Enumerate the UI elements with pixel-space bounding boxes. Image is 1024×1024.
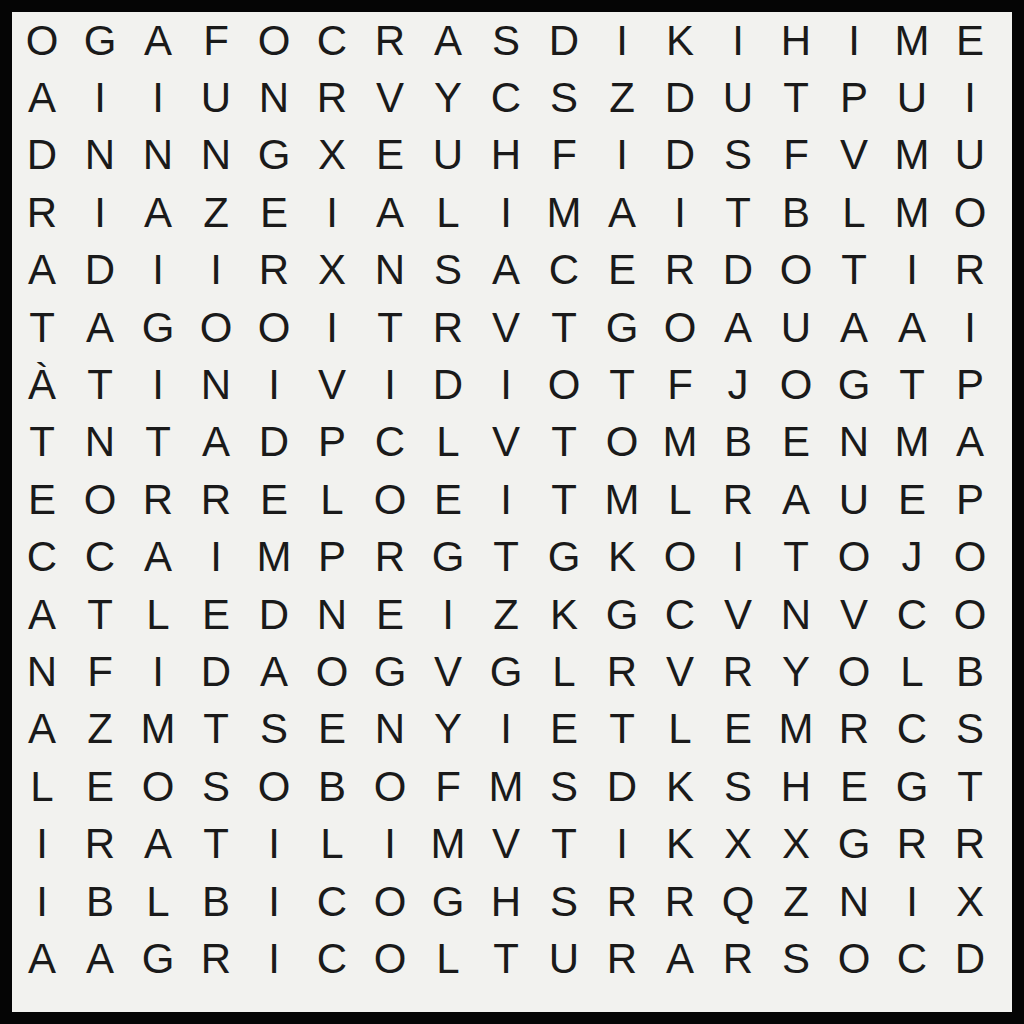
grid-cell[interactable]: V: [825, 586, 883, 643]
grid-cell[interactable]: P: [303, 529, 361, 586]
grid-cell[interactable]: R: [129, 471, 187, 528]
grid-cell[interactable]: C: [883, 586, 941, 643]
grid-cell[interactable]: U: [825, 471, 883, 528]
grid-cell[interactable]: L: [651, 701, 709, 758]
grid-cell[interactable]: T: [883, 356, 941, 413]
grid-cell[interactable]: R: [303, 69, 361, 126]
grid-cell[interactable]: A: [709, 299, 767, 356]
grid-cell[interactable]: N: [825, 873, 883, 930]
grid-cell[interactable]: E: [593, 242, 651, 299]
grid-cell[interactable]: I: [129, 69, 187, 126]
grid-cell[interactable]: N: [245, 69, 303, 126]
grid-cell[interactable]: O: [71, 471, 129, 528]
grid-cell[interactable]: I: [941, 69, 999, 126]
grid-cell[interactable]: A: [13, 930, 71, 987]
grid-cell[interactable]: L: [883, 643, 941, 700]
grid-cell[interactable]: R: [651, 873, 709, 930]
grid-cell[interactable]: L: [13, 758, 71, 815]
grid-cell[interactable]: A: [767, 471, 825, 528]
grid-cell[interactable]: S: [709, 758, 767, 815]
grid-cell[interactable]: N: [361, 242, 419, 299]
grid-cell[interactable]: G: [71, 12, 129, 69]
grid-cell[interactable]: I: [245, 873, 303, 930]
grid-cell[interactable]: R: [941, 242, 999, 299]
grid-cell[interactable]: O: [535, 356, 593, 413]
grid-cell[interactable]: D: [13, 127, 71, 184]
grid-cell[interactable]: S: [767, 930, 825, 987]
grid-cell[interactable]: T: [13, 414, 71, 471]
grid-cell[interactable]: A: [593, 184, 651, 241]
grid-cell[interactable]: N: [71, 127, 129, 184]
grid-cell[interactable]: R: [361, 529, 419, 586]
grid-cell[interactable]: K: [651, 12, 709, 69]
grid-cell[interactable]: G: [245, 127, 303, 184]
grid-cell[interactable]: V: [361, 69, 419, 126]
grid-cell[interactable]: O: [767, 356, 825, 413]
grid-cell[interactable]: E: [419, 471, 477, 528]
grid-cell[interactable]: I: [361, 815, 419, 872]
grid-cell[interactable]: O: [129, 758, 187, 815]
grid-cell[interactable]: K: [651, 815, 709, 872]
grid-cell[interactable]: G: [883, 758, 941, 815]
grid-cell[interactable]: D: [71, 242, 129, 299]
grid-cell[interactable]: T: [709, 184, 767, 241]
grid-cell[interactable]: E: [245, 471, 303, 528]
grid-cell[interactable]: O: [941, 184, 999, 241]
grid-cell[interactable]: S: [535, 758, 593, 815]
grid-cell[interactable]: I: [941, 299, 999, 356]
grid-cell[interactable]: L: [419, 414, 477, 471]
grid-cell[interactable]: A: [941, 414, 999, 471]
grid-cell[interactable]: K: [593, 529, 651, 586]
grid-cell[interactable]: O: [825, 643, 883, 700]
grid-cell[interactable]: R: [709, 643, 767, 700]
grid-cell[interactable]: Z: [767, 873, 825, 930]
grid-cell[interactable]: F: [535, 127, 593, 184]
grid-cell[interactable]: I: [245, 356, 303, 413]
grid-cell[interactable]: Q: [709, 873, 767, 930]
grid-cell[interactable]: I: [245, 930, 303, 987]
grid-cell[interactable]: T: [187, 701, 245, 758]
grid-cell[interactable]: I: [593, 815, 651, 872]
grid-cell[interactable]: F: [419, 758, 477, 815]
board-background: OGAFOCRASDIKIHIMEAIIUNRVYCSZDUTPUIDNNNGX…: [12, 12, 1012, 1012]
grid-cell[interactable]: U: [883, 69, 941, 126]
grid-cell[interactable]: O: [361, 758, 419, 815]
grid-cell[interactable]: I: [709, 12, 767, 69]
grid-cell[interactable]: R: [361, 12, 419, 69]
grid-cell[interactable]: U: [535, 930, 593, 987]
grid-cell[interactable]: E: [883, 471, 941, 528]
grid-cell[interactable]: D: [245, 414, 303, 471]
grid-cell[interactable]: U: [709, 69, 767, 126]
grid-cell[interactable]: A: [13, 242, 71, 299]
grid-cell[interactable]: G: [477, 643, 535, 700]
grid-cell[interactable]: T: [767, 529, 825, 586]
word-search-grid[interactable]: OGAFOCRASDIKIHIMEAIIUNRVYCSZDUTPUIDNNNGX…: [13, 12, 999, 988]
grid-cell[interactable]: D: [709, 242, 767, 299]
grid-cell[interactable]: P: [303, 414, 361, 471]
grid-cell[interactable]: O: [767, 242, 825, 299]
grid-cell[interactable]: C: [71, 529, 129, 586]
grid-cell[interactable]: D: [419, 356, 477, 413]
grid-cell[interactable]: A: [129, 184, 187, 241]
grid-cell[interactable]: M: [535, 184, 593, 241]
grid-cell[interactable]: R: [651, 242, 709, 299]
grid-cell[interactable]: X: [303, 127, 361, 184]
grid-cell[interactable]: A: [419, 12, 477, 69]
grid-cell[interactable]: T: [767, 69, 825, 126]
grid-cell[interactable]: D: [535, 12, 593, 69]
grid-cell[interactable]: G: [825, 356, 883, 413]
grid-cell[interactable]: V: [709, 586, 767, 643]
grid-cell[interactable]: O: [361, 471, 419, 528]
grid-cell[interactable]: B: [709, 414, 767, 471]
grid-cell[interactable]: R: [13, 184, 71, 241]
grid-cell[interactable]: L: [129, 586, 187, 643]
grid-cell[interactable]: O: [245, 299, 303, 356]
grid-cell[interactable]: O: [941, 529, 999, 586]
grid-cell[interactable]: M: [245, 529, 303, 586]
grid-cell[interactable]: F: [651, 356, 709, 413]
grid-cell[interactable]: T: [477, 930, 535, 987]
grid-cell[interactable]: V: [303, 356, 361, 413]
grid-cell[interactable]: L: [303, 815, 361, 872]
grid-cell[interactable]: G: [129, 299, 187, 356]
grid-cell[interactable]: R: [593, 873, 651, 930]
grid-cell[interactable]: S: [535, 873, 593, 930]
grid-cell[interactable]: I: [477, 356, 535, 413]
grid-cell[interactable]: S: [477, 12, 535, 69]
grid-cell[interactable]: I: [71, 184, 129, 241]
grid-cell[interactable]: A: [71, 930, 129, 987]
grid-cell[interactable]: S: [187, 758, 245, 815]
grid-cell[interactable]: A: [187, 414, 245, 471]
grid-cell[interactable]: G: [361, 643, 419, 700]
grid-cell[interactable]: V: [477, 414, 535, 471]
grid-cell[interactable]: B: [187, 873, 245, 930]
grid-cell[interactable]: N: [187, 127, 245, 184]
grid-cell[interactable]: A: [129, 12, 187, 69]
grid-cell[interactable]: N: [825, 414, 883, 471]
grid-cell[interactable]: E: [361, 127, 419, 184]
grid-cell[interactable]: N: [71, 414, 129, 471]
grid-cell[interactable]: L: [419, 930, 477, 987]
grid-cell[interactable]: N: [129, 127, 187, 184]
grid-cell[interactable]: I: [477, 184, 535, 241]
grid-cell[interactable]: T: [535, 299, 593, 356]
grid-cell[interactable]: V: [651, 643, 709, 700]
grid-cell[interactable]: I: [825, 12, 883, 69]
grid-cell[interactable]: B: [303, 758, 361, 815]
grid-cell[interactable]: E: [361, 586, 419, 643]
grid-cell[interactable]: M: [883, 12, 941, 69]
grid-cell[interactable]: H: [477, 873, 535, 930]
grid-cell[interactable]: A: [825, 299, 883, 356]
grid-cell[interactable]: I: [129, 242, 187, 299]
grid-cell[interactable]: R: [187, 930, 245, 987]
board-frame: OGAFOCRASDIKIHIMEAIIUNRVYCSZDUTPUIDNNNGX…: [0, 0, 1024, 1024]
grid-cell[interactable]: R: [825, 701, 883, 758]
grid-cell[interactable]: P: [825, 69, 883, 126]
grid-cell[interactable]: V: [477, 815, 535, 872]
grid-cell[interactable]: G: [419, 873, 477, 930]
grid-cell[interactable]: C: [303, 930, 361, 987]
grid-cell[interactable]: X: [303, 242, 361, 299]
grid-cell[interactable]: B: [71, 873, 129, 930]
grid-cell[interactable]: R: [593, 643, 651, 700]
grid-cell[interactable]: E: [245, 184, 303, 241]
grid-cell[interactable]: O: [825, 529, 883, 586]
grid-cell[interactable]: R: [187, 471, 245, 528]
grid-cell[interactable]: C: [883, 701, 941, 758]
grid-cell[interactable]: R: [71, 815, 129, 872]
grid-cell[interactable]: I: [883, 242, 941, 299]
grid-cell[interactable]: D: [593, 758, 651, 815]
grid-cell[interactable]: A: [13, 701, 71, 758]
grid-cell[interactable]: P: [941, 356, 999, 413]
grid-cell[interactable]: C: [535, 242, 593, 299]
grid-cell[interactable]: E: [535, 701, 593, 758]
grid-cell[interactable]: T: [535, 414, 593, 471]
grid-cell[interactable]: S: [535, 69, 593, 126]
grid-cell[interactable]: R: [419, 299, 477, 356]
grid-cell[interactable]: T: [477, 529, 535, 586]
grid-cell[interactable]: T: [361, 299, 419, 356]
grid-cell[interactable]: I: [13, 815, 71, 872]
grid-cell[interactable]: M: [883, 127, 941, 184]
grid-cell[interactable]: D: [651, 127, 709, 184]
grid-cell[interactable]: Y: [419, 69, 477, 126]
grid-cell[interactable]: U: [941, 127, 999, 184]
grid-cell[interactable]: T: [71, 356, 129, 413]
grid-cell[interactable]: D: [941, 930, 999, 987]
grid-cell[interactable]: L: [129, 873, 187, 930]
grid-cell[interactable]: A: [13, 586, 71, 643]
grid-cell[interactable]: N: [187, 356, 245, 413]
grid-cell[interactable]: H: [477, 127, 535, 184]
grid-cell[interactable]: O: [825, 930, 883, 987]
grid-cell[interactable]: O: [245, 758, 303, 815]
grid-cell[interactable]: E: [825, 758, 883, 815]
grid-cell[interactable]: U: [767, 299, 825, 356]
grid-cell[interactable]: O: [245, 12, 303, 69]
grid-cell[interactable]: A: [245, 643, 303, 700]
grid-cell[interactable]: T: [187, 815, 245, 872]
grid-cell[interactable]: Z: [593, 69, 651, 126]
grid-cell[interactable]: B: [941, 643, 999, 700]
grid-cell[interactable]: A: [129, 815, 187, 872]
grid-cell[interactable]: G: [419, 529, 477, 586]
grid-cell[interactable]: E: [709, 701, 767, 758]
grid-cell[interactable]: M: [651, 414, 709, 471]
grid-cell[interactable]: A: [477, 242, 535, 299]
grid-cell[interactable]: O: [361, 930, 419, 987]
grid-cell[interactable]: J: [883, 529, 941, 586]
grid-cell[interactable]: E: [941, 12, 999, 69]
grid-cell[interactable]: I: [187, 529, 245, 586]
grid-cell[interactable]: O: [651, 529, 709, 586]
grid-cell[interactable]: I: [129, 643, 187, 700]
grid-cell[interactable]: I: [709, 529, 767, 586]
grid-cell[interactable]: O: [303, 643, 361, 700]
grid-cell[interactable]: L: [303, 471, 361, 528]
grid-cell[interactable]: I: [129, 356, 187, 413]
grid-cell[interactable]: I: [187, 242, 245, 299]
grid-cell[interactable]: N: [361, 701, 419, 758]
grid-cell[interactable]: T: [535, 815, 593, 872]
grid-cell[interactable]: V: [825, 127, 883, 184]
grid-cell[interactable]: I: [245, 815, 303, 872]
grid-cell[interactable]: Y: [419, 701, 477, 758]
grid-cell[interactable]: T: [941, 758, 999, 815]
grid-cell[interactable]: T: [535, 471, 593, 528]
grid-cell[interactable]: E: [767, 414, 825, 471]
grid-cell[interactable]: R: [593, 930, 651, 987]
grid-cell[interactable]: O: [361, 873, 419, 930]
grid-cell[interactable]: T: [71, 586, 129, 643]
grid-cell[interactable]: N: [767, 586, 825, 643]
grid-cell[interactable]: S: [941, 701, 999, 758]
grid-cell[interactable]: O: [651, 299, 709, 356]
grid-cell[interactable]: N: [13, 643, 71, 700]
grid-cell[interactable]: O: [941, 586, 999, 643]
grid-cell[interactable]: C: [361, 414, 419, 471]
grid-cell[interactable]: I: [361, 356, 419, 413]
grid-cell[interactable]: I: [419, 586, 477, 643]
grid-cell[interactable]: G: [825, 815, 883, 872]
grid-cell[interactable]: Y: [767, 643, 825, 700]
grid-cell[interactable]: L: [651, 471, 709, 528]
grid-cell[interactable]: T: [593, 356, 651, 413]
grid-cell[interactable]: A: [13, 69, 71, 126]
grid-cell[interactable]: N: [303, 586, 361, 643]
grid-cell[interactable]: G: [535, 529, 593, 586]
grid-cell[interactable]: O: [13, 12, 71, 69]
grid-cell[interactable]: À: [13, 356, 71, 413]
grid-cell[interactable]: V: [419, 643, 477, 700]
grid-cell[interactable]: E: [187, 586, 245, 643]
grid-cell[interactable]: O: [593, 414, 651, 471]
grid-cell[interactable]: M: [129, 701, 187, 758]
grid-cell[interactable]: Z: [71, 701, 129, 758]
grid-cell[interactable]: L: [419, 184, 477, 241]
grid-cell[interactable]: M: [419, 815, 477, 872]
grid-cell[interactable]: A: [129, 529, 187, 586]
grid-cell[interactable]: I: [883, 873, 941, 930]
grid-cell[interactable]: L: [535, 643, 593, 700]
grid-cell[interactable]: U: [187, 69, 245, 126]
grid-cell[interactable]: K: [651, 758, 709, 815]
grid-cell[interactable]: I: [593, 127, 651, 184]
grid-cell[interactable]: Z: [477, 586, 535, 643]
grid-cell[interactable]: C: [303, 12, 361, 69]
grid-cell[interactable]: G: [593, 586, 651, 643]
grid-cell[interactable]: I: [303, 299, 361, 356]
grid-cell[interactable]: X: [767, 815, 825, 872]
grid-cell[interactable]: A: [883, 299, 941, 356]
grid-cell[interactable]: T: [825, 242, 883, 299]
grid-cell[interactable]: I: [303, 184, 361, 241]
grid-cell[interactable]: C: [883, 930, 941, 987]
grid-cell[interactable]: P: [941, 471, 999, 528]
grid-cell[interactable]: I: [13, 873, 71, 930]
grid-cell[interactable]: C: [303, 873, 361, 930]
grid-cell[interactable]: T: [593, 701, 651, 758]
grid-cell[interactable]: M: [593, 471, 651, 528]
grid-cell[interactable]: R: [709, 471, 767, 528]
grid-cell[interactable]: H: [767, 758, 825, 815]
grid-cell[interactable]: L: [825, 184, 883, 241]
grid-cell[interactable]: V: [477, 299, 535, 356]
grid-cell[interactable]: K: [535, 586, 593, 643]
grid-cell[interactable]: I: [71, 69, 129, 126]
grid-cell[interactable]: C: [477, 69, 535, 126]
grid-cell[interactable]: A: [361, 184, 419, 241]
grid-cell[interactable]: S: [709, 127, 767, 184]
grid-cell[interactable]: R: [709, 930, 767, 987]
grid-cell[interactable]: S: [419, 242, 477, 299]
grid-cell[interactable]: I: [651, 184, 709, 241]
grid-cell[interactable]: R: [883, 815, 941, 872]
grid-cell[interactable]: D: [187, 643, 245, 700]
grid-cell[interactable]: E: [303, 701, 361, 758]
grid-cell[interactable]: G: [593, 299, 651, 356]
grid-cell[interactable]: J: [709, 356, 767, 413]
grid-cell[interactable]: I: [477, 701, 535, 758]
grid-cell[interactable]: F: [71, 643, 129, 700]
grid-cell[interactable]: M: [477, 758, 535, 815]
grid-cell[interactable]: T: [129, 414, 187, 471]
grid-cell[interactable]: D: [245, 586, 303, 643]
grid-cell[interactable]: X: [941, 873, 999, 930]
grid-cell[interactable]: E: [71, 758, 129, 815]
grid-cell[interactable]: I: [593, 12, 651, 69]
grid-cell[interactable]: T: [13, 299, 71, 356]
grid-cell[interactable]: D: [651, 69, 709, 126]
grid-cell[interactable]: B: [767, 184, 825, 241]
grid-cell[interactable]: F: [767, 127, 825, 184]
grid-cell[interactable]: Z: [187, 184, 245, 241]
grid-cell[interactable]: U: [419, 127, 477, 184]
grid-cell[interactable]: A: [71, 299, 129, 356]
grid-cell[interactable]: R: [245, 242, 303, 299]
grid-cell[interactable]: G: [129, 930, 187, 987]
grid-cell[interactable]: O: [187, 299, 245, 356]
grid-cell[interactable]: C: [651, 586, 709, 643]
grid-cell[interactable]: X: [709, 815, 767, 872]
grid-cell[interactable]: R: [941, 815, 999, 872]
grid-cell[interactable]: H: [767, 12, 825, 69]
grid-cell[interactable]: M: [883, 184, 941, 241]
grid-cell[interactable]: F: [187, 12, 245, 69]
grid-cell[interactable]: E: [13, 471, 71, 528]
grid-cell[interactable]: A: [651, 930, 709, 987]
grid-cell[interactable]: M: [883, 414, 941, 471]
grid-cell[interactable]: S: [245, 701, 303, 758]
grid-cell[interactable]: M: [767, 701, 825, 758]
grid-cell[interactable]: I: [477, 471, 535, 528]
grid-cell[interactable]: C: [13, 529, 71, 586]
